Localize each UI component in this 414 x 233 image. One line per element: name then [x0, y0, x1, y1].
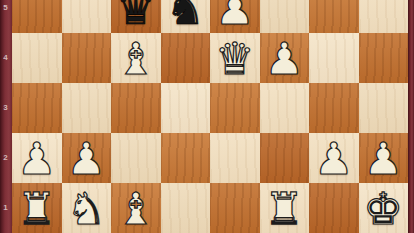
piece-white-pawn-b2[interactable]: ♟ [62, 133, 112, 183]
square-f2[interactable] [260, 133, 310, 183]
square-d5[interactable]: ♞ [161, 0, 211, 33]
square-g5[interactable] [309, 0, 359, 33]
piece-white-pawn-f4[interactable]: ♟ [260, 33, 310, 83]
square-b5[interactable] [62, 0, 112, 33]
piece-white-pawn-a2[interactable]: ♟ [12, 133, 62, 183]
piece-white-pawn-e5[interactable]: ♟ [210, 0, 260, 33]
piece-black-queen-c5[interactable]: ♛ [111, 0, 161, 33]
square-e1[interactable] [210, 183, 260, 233]
square-e4[interactable]: ♛ [210, 33, 260, 83]
square-e3[interactable] [210, 83, 260, 133]
square-e2[interactable] [210, 133, 260, 183]
square-g2[interactable]: ♟ [309, 133, 359, 183]
square-g3[interactable] [309, 83, 359, 133]
square-f4[interactable]: ♟ [260, 33, 310, 83]
piece-white-queen-e4[interactable]: ♛ [210, 33, 260, 83]
square-a5[interactable] [12, 0, 62, 33]
square-f5[interactable] [260, 0, 310, 33]
board-left-border: 54321 [0, 0, 12, 233]
square-b3[interactable] [62, 83, 112, 133]
square-g4[interactable] [309, 33, 359, 83]
square-c2[interactable] [111, 133, 161, 183]
rank-label-3: 3 [0, 103, 11, 113]
square-e5[interactable]: ♟ [210, 0, 260, 33]
square-a1[interactable]: ♜ [12, 183, 62, 233]
rank-label-5: 5 [0, 3, 11, 13]
piece-white-pawn-g2[interactable]: ♟ [309, 133, 359, 183]
square-h5[interactable] [359, 0, 409, 33]
square-h3[interactable] [359, 83, 409, 133]
rank-label-4: 4 [0, 53, 11, 63]
piece-white-knight-b1[interactable]: ♞ [62, 183, 112, 233]
square-c4[interactable]: ♝ [111, 33, 161, 83]
rank-label-1: 1 [0, 203, 11, 213]
square-f3[interactable] [260, 83, 310, 133]
piece-white-king-h1[interactable]: ♚ [359, 183, 409, 233]
square-f1[interactable]: ♜ [260, 183, 310, 233]
chess-board-screenshot: ♛♞♟♝♛♟♟♟♟♟♜♞♝♜♚ 54321 [0, 0, 414, 233]
square-d3[interactable] [161, 83, 211, 133]
square-a2[interactable]: ♟ [12, 133, 62, 183]
piece-white-pawn-h2[interactable]: ♟ [359, 133, 409, 183]
square-c1[interactable]: ♝ [111, 183, 161, 233]
square-b1[interactable]: ♞ [62, 183, 112, 233]
square-c5[interactable]: ♛ [111, 0, 161, 33]
board-right-border [408, 0, 414, 233]
square-d4[interactable] [161, 33, 211, 83]
square-a4[interactable] [12, 33, 62, 83]
square-b4[interactable] [62, 33, 112, 83]
square-h2[interactable]: ♟ [359, 133, 409, 183]
square-c3[interactable] [111, 83, 161, 133]
square-a3[interactable] [12, 83, 62, 133]
square-g1[interactable] [309, 183, 359, 233]
square-d1[interactable] [161, 183, 211, 233]
rank-label-2: 2 [0, 153, 11, 163]
square-b2[interactable]: ♟ [62, 133, 112, 183]
piece-white-bishop-c1[interactable]: ♝ [111, 183, 161, 233]
square-h1[interactable]: ♚ [359, 183, 409, 233]
piece-white-rook-f1[interactable]: ♜ [260, 183, 310, 233]
square-h4[interactable] [359, 33, 409, 83]
piece-white-bishop-c4[interactable]: ♝ [111, 33, 161, 83]
chess-board: ♛♞♟♝♛♟♟♟♟♟♜♞♝♜♚ [12, 0, 408, 233]
square-d2[interactable] [161, 133, 211, 183]
piece-white-rook-a1[interactable]: ♜ [12, 183, 62, 233]
piece-black-knight-d5[interactable]: ♞ [161, 0, 211, 33]
